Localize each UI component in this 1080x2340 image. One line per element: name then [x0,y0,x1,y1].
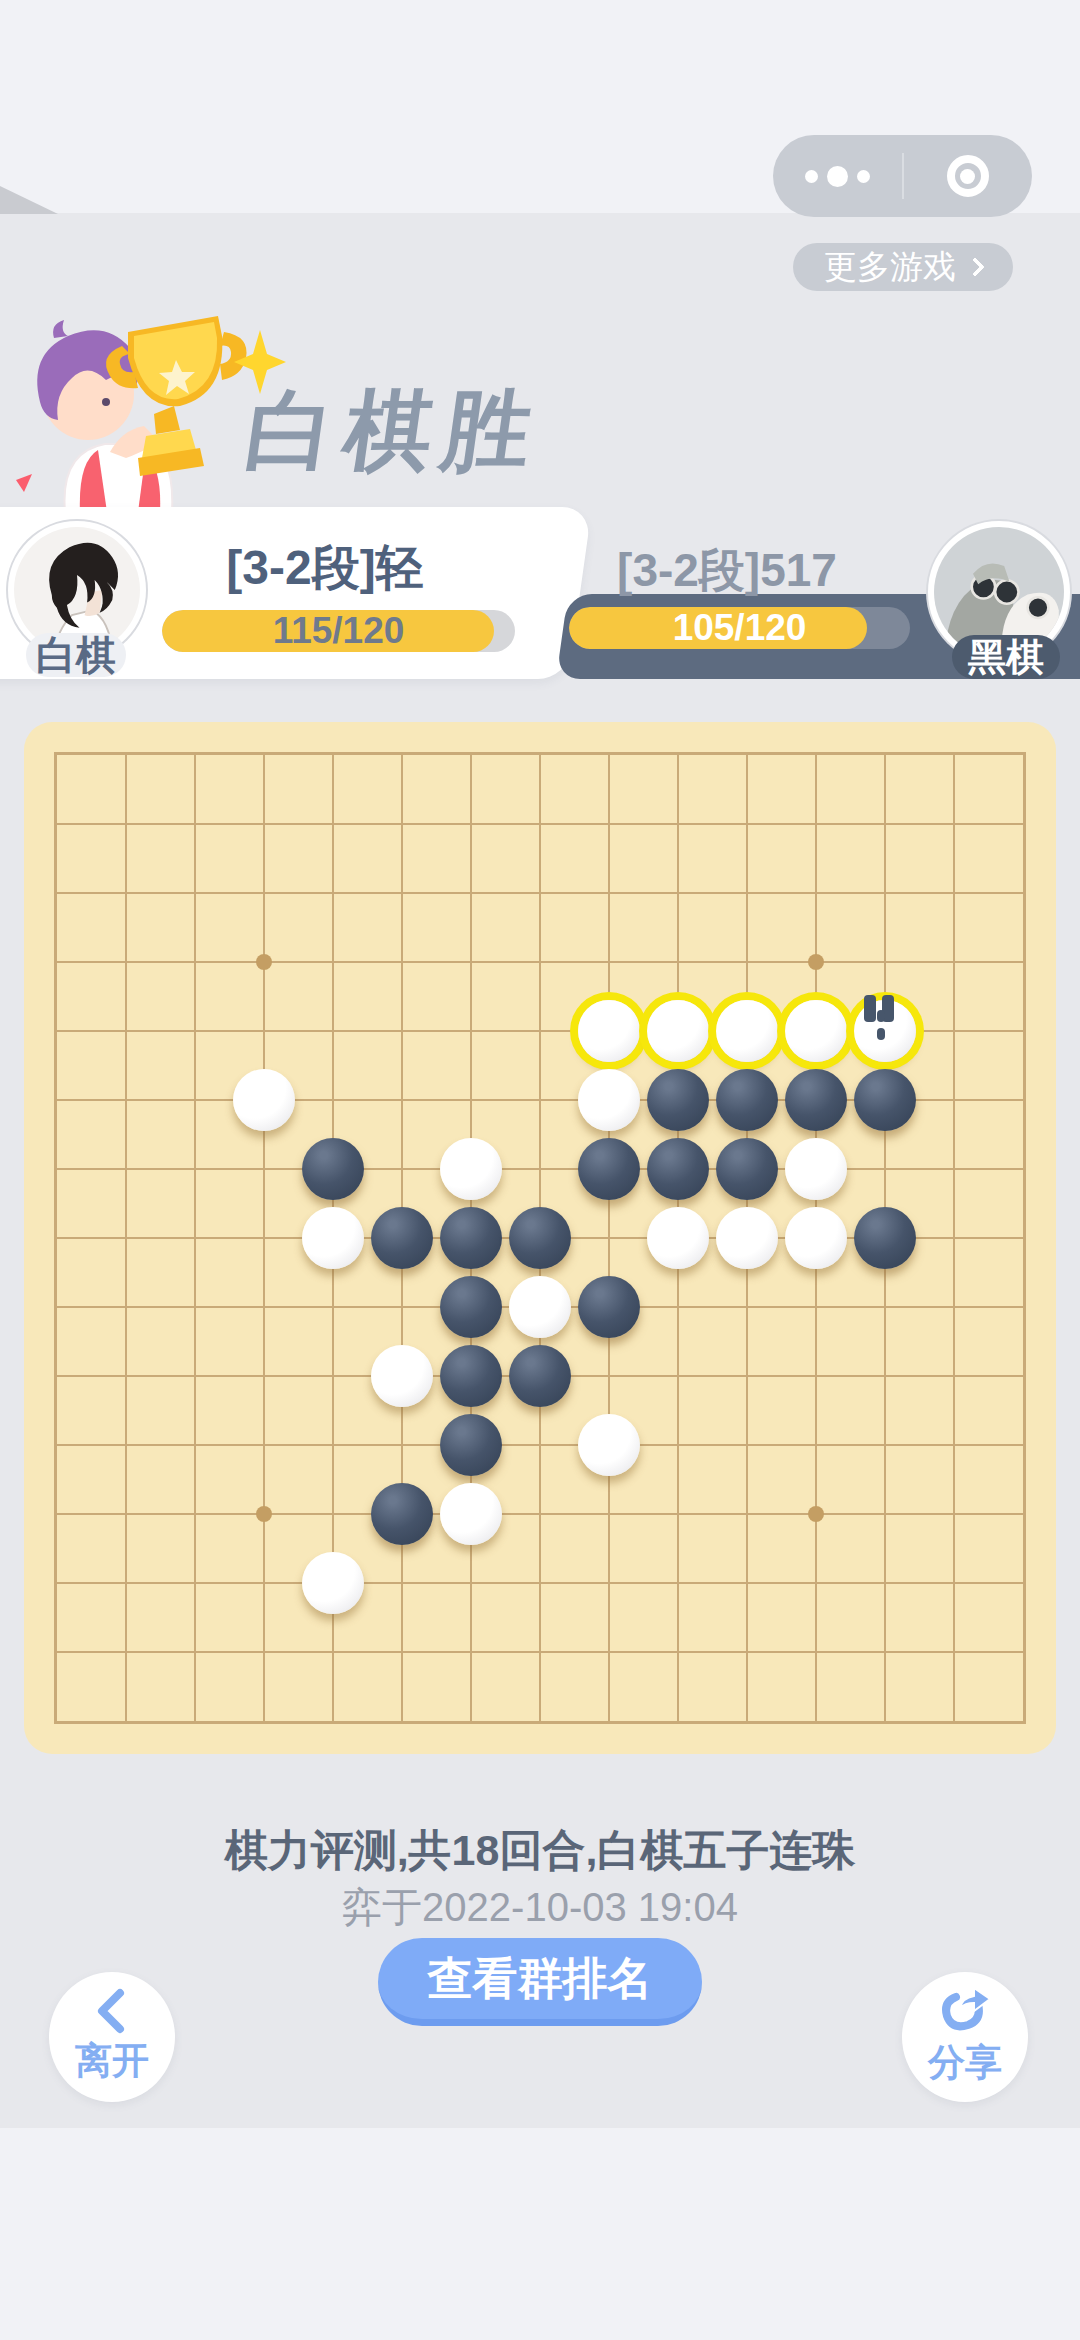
star-point [808,1506,824,1522]
grid-line [57,1513,1023,1515]
white-stone [716,1207,778,1269]
black-stone [578,1276,640,1338]
leave-label: 离开 [75,2036,149,2086]
grid-line [608,755,610,1721]
grid-line [953,755,955,1721]
white-stone [371,1345,433,1407]
black-stone [716,1069,778,1131]
more-dots-icon [805,170,818,183]
black-stone [440,1207,502,1269]
white-stone [785,1000,847,1062]
leave-button[interactable]: 离开 [49,1972,175,2102]
white-stone [785,1207,847,1269]
view-group-ranking-button[interactable]: 查看群排名 [378,1938,702,2026]
white-stone [509,1276,571,1338]
white-side-label: 白棋 [26,633,126,677]
grid-line [57,1444,1023,1446]
black-stone [440,1345,502,1407]
last-move-cross-icon [864,995,876,1022]
result-summary: 棋力评测,共18回合,白棋五子连珠 [0,1822,1080,1880]
wechat-capsule [773,135,1032,217]
game-date: 弈于2022-10-03 19:04 [0,1880,1080,1935]
white-stone [440,1483,502,1545]
more-dots-icon [857,170,870,183]
white-progress-bar: 115/120 [162,610,515,652]
star-point [256,1506,272,1522]
black-stone [647,1138,709,1200]
star-point [256,954,272,970]
white-stone [785,1138,847,1200]
chevron-right-icon [965,257,985,277]
white-stone [233,1069,295,1131]
black-score: 105/120 [569,607,910,649]
white-player-name: [3-2段]轻 [150,536,500,600]
black-stone [509,1345,571,1407]
black-stone [302,1138,364,1200]
black-progress-bar: 105/120 [569,607,910,649]
black-stone [509,1207,571,1269]
black-stone [371,1483,433,1545]
white-stone [647,1207,709,1269]
back-chevron-icon [92,1988,132,2034]
more-options-button[interactable] [773,135,902,217]
grid-line [57,1582,1023,1584]
black-player-name: [3-2段]517 [562,540,892,602]
black-stone [578,1138,640,1200]
white-stone [716,1000,778,1062]
black-stone [440,1276,502,1338]
exit-miniprogram-button[interactable] [904,135,1033,217]
star-point [808,954,824,970]
white-stone [578,1069,640,1131]
gomoku-board[interactable] [24,722,1056,1754]
white-stone [440,1138,502,1200]
winner-title: 白棋胜 [241,372,675,472]
white-stone [302,1207,364,1269]
share-label: 分享 [928,2038,1002,2088]
white-stone [302,1552,364,1614]
black-stone [440,1414,502,1476]
last-move-cross-icon [877,1028,885,1040]
white-stone [647,1000,709,1062]
more-dots-icon [827,166,848,187]
white-score: 115/120 [162,610,515,652]
black-stone [785,1069,847,1131]
white-stone [578,1414,640,1476]
more-games-label: 更多游戏 [824,245,956,290]
black-stone [854,1207,916,1269]
black-stone [716,1138,778,1200]
black-stone [371,1207,433,1269]
exit-circle-icon [947,155,989,197]
share-button[interactable]: 分享 [902,1972,1028,2102]
grid-line [57,1651,1023,1653]
white-stone [854,1000,916,1062]
white-stone [578,1000,640,1062]
corner-decoration [0,186,58,214]
share-icon [938,1986,992,2036]
black-stone [854,1069,916,1131]
black-side-label: 黑棋 [952,635,1060,679]
more-games-button[interactable]: 更多游戏 [793,243,1013,291]
last-move-cross-icon [877,1010,885,1022]
winner-illustration [10,302,290,517]
black-stone [647,1069,709,1131]
bottom-safe-area [0,2128,1080,2340]
